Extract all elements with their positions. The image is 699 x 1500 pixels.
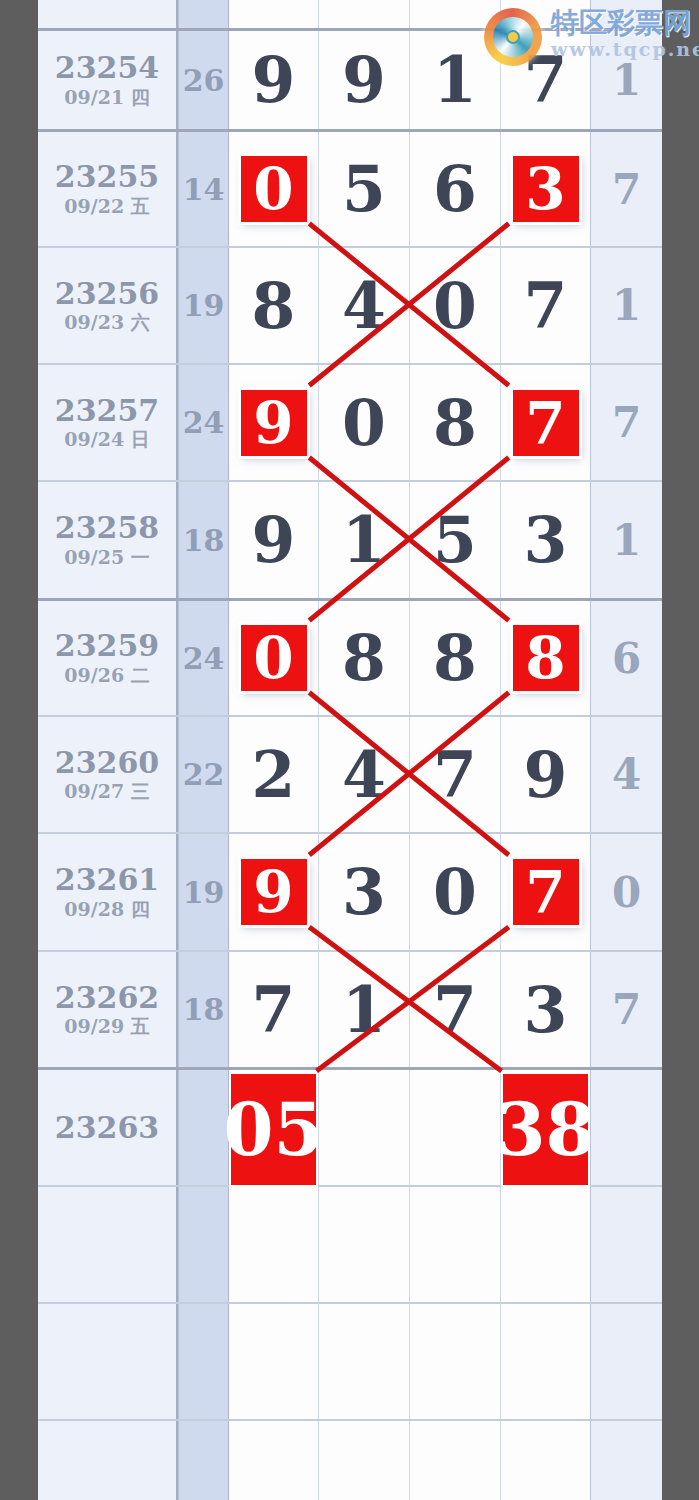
lottery-trend-chart: 2325409/21 四26991712325509/22 五140563723…	[0, 0, 699, 1500]
period-cell: 2325709/24 日	[38, 365, 176, 480]
digit-cell: 7	[409, 717, 500, 832]
digit-cell: 7	[500, 834, 590, 950]
highlighted-digit: 8	[513, 625, 579, 691]
digit-cell: 9	[500, 717, 590, 832]
digit-cell	[318, 0, 409, 28]
digit-cell: 38	[500, 1070, 590, 1185]
digit-cell	[318, 1187, 409, 1302]
digit-cell: 9	[228, 482, 318, 598]
highlighted-digit: 9	[241, 859, 307, 925]
period-number: 23256	[55, 278, 159, 310]
digit-cell	[500, 1421, 590, 1500]
digit-cell	[318, 1421, 409, 1500]
table-row-empty	[38, 1185, 662, 1302]
digit-cell	[228, 1304, 318, 1419]
table-row-23257: 2325709/24 日2490877	[38, 363, 662, 480]
period-cell: 2325909/26 二	[38, 601, 176, 715]
table-row-empty	[38, 1302, 662, 1419]
digit-cell: 9	[228, 365, 318, 480]
digit-cell: 5	[318, 132, 409, 246]
period-cell: 2325609/23 六	[38, 248, 176, 363]
table-row-23262: 2326209/29 五1871737	[38, 950, 662, 1067]
digit-cell: 8	[500, 601, 590, 715]
digit-cell	[228, 1187, 318, 1302]
digit-cell: 9	[228, 834, 318, 950]
trend-table: 2325409/21 四26991712325509/22 五140563723…	[38, 0, 662, 1500]
draw-date: 09/29 五	[64, 1017, 149, 1037]
digit-cell: 7	[409, 952, 500, 1067]
digit-cell	[409, 1421, 500, 1500]
digit-cell	[409, 1070, 500, 1185]
sum-cell: 26	[178, 31, 228, 129]
digit-cell	[318, 1070, 409, 1185]
period-number: 23260	[55, 747, 159, 779]
digit-cell: 8	[409, 601, 500, 715]
table-row-23260: 2326009/27 三2224794	[38, 715, 662, 832]
digit-cell: 3	[500, 482, 590, 598]
highlighted-digit: 9	[241, 390, 307, 456]
tail-digit-cell: 6	[590, 601, 662, 715]
digit-cell	[500, 1304, 590, 1419]
sum-cell: 19	[178, 248, 228, 363]
digit-cell	[228, 1421, 318, 1500]
highlighted-digit: 0	[241, 156, 307, 222]
period-number: 23255	[55, 161, 159, 193]
tail-digit-cell	[590, 1304, 662, 1419]
sum-cell: 22	[178, 717, 228, 832]
digit-cell: 0	[228, 601, 318, 715]
predicted-number-highlight: 38	[503, 1074, 588, 1185]
period-cell: 2326209/29 五	[38, 952, 176, 1067]
draw-date: 09/26 二	[64, 666, 149, 686]
table-row-23259: 2325909/26 二2408886	[38, 598, 662, 715]
predicted-number-highlight: 05	[231, 1074, 316, 1185]
period-cell	[38, 1187, 176, 1302]
digit-cell	[228, 0, 318, 28]
draw-date: 09/24 日	[64, 430, 149, 450]
logo-text: 特区彩票网 www.tqcp.net	[551, 8, 699, 66]
tail-digit-cell: 7	[590, 952, 662, 1067]
sum-cell	[178, 0, 228, 28]
sum-cell: 19	[178, 834, 228, 950]
digit-cell: 7	[500, 248, 590, 363]
logo-swirl-icon	[484, 8, 542, 66]
period-number: 23254	[55, 52, 159, 84]
tail-digit-cell: 7	[590, 365, 662, 480]
digit-cell: 0	[409, 248, 500, 363]
sum-cell	[178, 1304, 228, 1419]
digit-cell: 1	[318, 952, 409, 1067]
sum-cell: 18	[178, 482, 228, 598]
period-number: 23263	[55, 1112, 159, 1144]
digit-cell: 8	[318, 601, 409, 715]
tail-digit-cell	[590, 1187, 662, 1302]
table-row-23256: 2325609/23 六1984071	[38, 246, 662, 363]
table-row-empty	[38, 1419, 662, 1500]
sum-cell	[178, 1070, 228, 1185]
period-cell: 2325509/22 五	[38, 132, 176, 246]
digit-cell: 6	[409, 132, 500, 246]
tail-digit-cell: 0	[590, 834, 662, 950]
digit-cell: 2	[228, 717, 318, 832]
digit-cell: 5	[409, 482, 500, 598]
sum-cell: 18	[178, 952, 228, 1067]
digit-cell	[318, 1304, 409, 1419]
left-frame	[0, 0, 38, 1500]
period-number: 23261	[55, 864, 159, 896]
highlighted-digit: 7	[513, 390, 579, 456]
period-number: 23257	[55, 395, 159, 427]
digit-cell	[409, 1187, 500, 1302]
period-cell: 2326009/27 三	[38, 717, 176, 832]
digit-cell: 4	[318, 248, 409, 363]
right-frame	[662, 0, 699, 1500]
draw-date: 09/21 四	[64, 88, 149, 108]
digit-cell: 05	[228, 1070, 318, 1185]
digit-cell: 8	[409, 365, 500, 480]
digit-cell: 7	[500, 365, 590, 480]
highlighted-digit: 0	[241, 625, 307, 691]
draw-date: 09/22 五	[64, 197, 149, 217]
digit-cell: 3	[318, 834, 409, 950]
digit-cell: 0	[409, 834, 500, 950]
digit-cell: 3	[500, 132, 590, 246]
sum-cell: 14	[178, 132, 228, 246]
tail-digit-cell	[590, 1421, 662, 1500]
digit-cell: 9	[228, 31, 318, 129]
digit-cell: 8	[228, 248, 318, 363]
site-name: 特区彩票网	[551, 8, 699, 37]
tail-digit-cell: 1	[590, 248, 662, 363]
period-cell	[38, 1421, 176, 1500]
period-number: 23262	[55, 982, 159, 1014]
draw-date: 09/28 四	[64, 900, 149, 920]
tail-digit-cell: 4	[590, 717, 662, 832]
period-number: 23258	[55, 512, 159, 544]
tail-digit-cell: 7	[590, 132, 662, 246]
draw-date: 09/23 六	[64, 313, 149, 333]
site-url: www.tqcp.net	[551, 38, 699, 60]
period-cell: 2325409/21 四	[38, 31, 176, 129]
table-row-23258: 2325809/25 一1891531	[38, 480, 662, 598]
digit-cell: 0	[318, 365, 409, 480]
period-number: 23259	[55, 630, 159, 662]
draw-date: 09/27 三	[64, 782, 149, 802]
digit-cell: 9	[318, 31, 409, 129]
digit-cell: 4	[318, 717, 409, 832]
table-row-23263: 232630538	[38, 1067, 662, 1185]
site-watermark: 特区彩票网 www.tqcp.net	[484, 8, 699, 66]
table-row-23261: 2326109/28 四1993070	[38, 832, 662, 950]
digit-cell: 1	[318, 482, 409, 598]
sum-cell: 24	[178, 365, 228, 480]
digit-cell: 3	[500, 952, 590, 1067]
period-cell: 2326109/28 四	[38, 834, 176, 950]
period-cell: 2325809/25 一	[38, 482, 176, 598]
sum-cell	[178, 1187, 228, 1302]
highlighted-digit: 3	[513, 156, 579, 222]
digit-cell: 7	[228, 952, 318, 1067]
digit-cell: 0	[228, 132, 318, 246]
table-row-23255: 2325509/22 五1405637	[38, 129, 662, 246]
period-cell	[38, 1304, 176, 1419]
period-cell	[38, 0, 176, 28]
period-cell: 23263	[38, 1070, 176, 1185]
tail-digit-cell	[590, 1070, 662, 1185]
highlighted-digit: 7	[513, 859, 579, 925]
tail-digit-cell: 1	[590, 482, 662, 598]
sum-cell: 24	[178, 601, 228, 715]
sum-cell	[178, 1421, 228, 1500]
digit-cell	[500, 1187, 590, 1302]
draw-date: 09/25 一	[64, 548, 149, 568]
digit-cell	[409, 1304, 500, 1419]
